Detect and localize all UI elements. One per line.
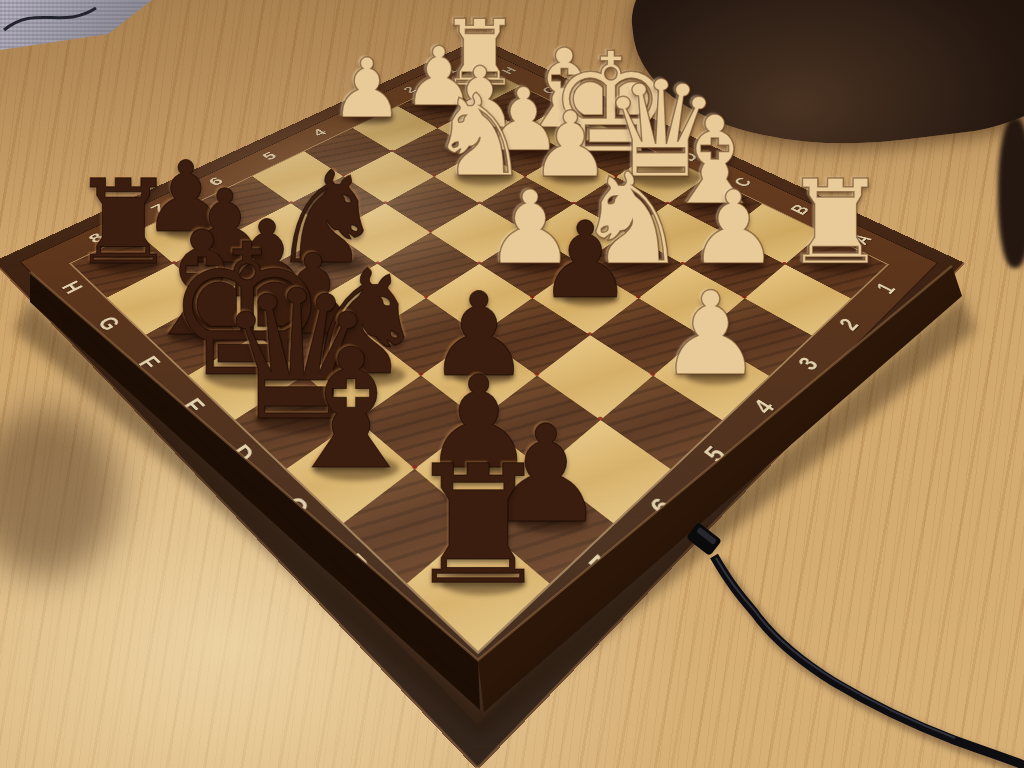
armchair-edge [998,118,1024,268]
black-rook-a8[interactable]: ♜ [405,443,552,606]
white-pawn-a4[interactable]: ♟ [659,277,763,393]
black-bishop-c8[interactable]: ♝ [277,327,426,493]
white-rook-a1[interactable]: ♜ [783,165,888,282]
white-pawn-b2[interactable]: ♟ [688,177,779,279]
black-pawn-c4[interactable]: ♟ [538,207,633,313]
white-pawn-offboard[interactable]: ♟ [330,47,404,130]
photo-scene: 8765432187654321HGFEDCBAHGFEDCBA ♜♝♛♚♝♜♟… [0,0,1024,768]
